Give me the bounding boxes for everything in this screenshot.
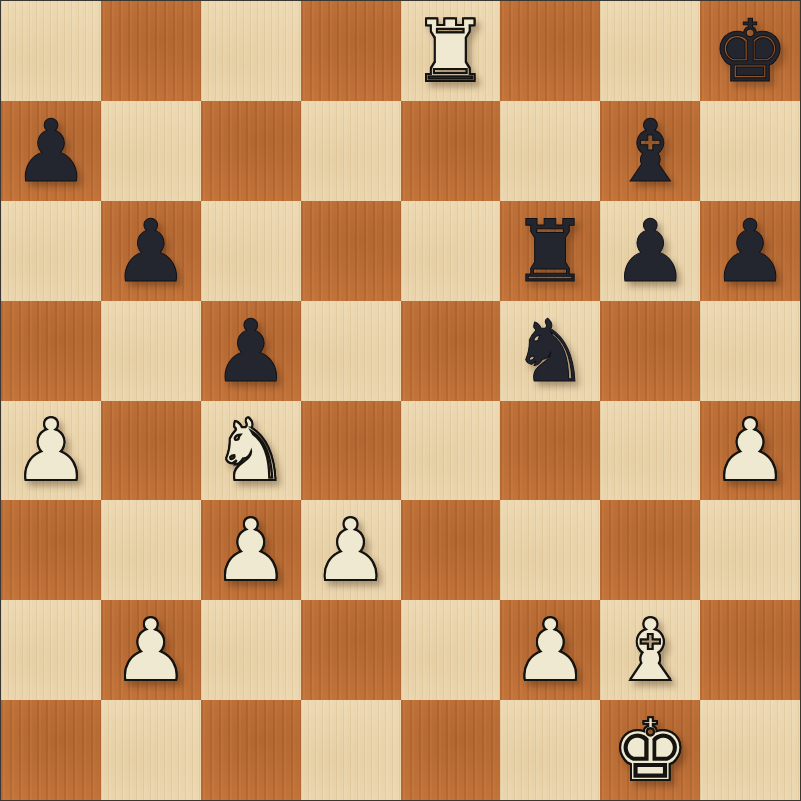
chess-board: ♜♚♟♝♟♜♟♟♟♞♟♞♟♟♟♟♟♝♚ — [0, 0, 801, 801]
square-e3[interactable] — [401, 500, 501, 600]
piece-white-bishop-g2[interactable]: ♝ — [612, 607, 689, 693]
square-g5[interactable] — [600, 301, 700, 401]
square-d3[interactable]: ♟ — [301, 500, 401, 600]
square-h1[interactable] — [700, 700, 800, 800]
square-d2[interactable] — [301, 600, 401, 700]
square-a7[interactable]: ♟ — [1, 101, 101, 201]
square-h6[interactable]: ♟ — [700, 201, 800, 301]
square-d1[interactable] — [301, 700, 401, 800]
square-c7[interactable] — [201, 101, 301, 201]
square-b8[interactable] — [101, 1, 201, 101]
piece-white-rook-e8[interactable]: ♜ — [412, 8, 489, 94]
square-g4[interactable] — [600, 401, 700, 501]
square-d4[interactable] — [301, 401, 401, 501]
square-b7[interactable] — [101, 101, 201, 201]
square-f6[interactable]: ♜ — [500, 201, 600, 301]
square-b5[interactable] — [101, 301, 201, 401]
square-c1[interactable] — [201, 700, 301, 800]
square-g1[interactable]: ♚ — [600, 700, 700, 800]
piece-white-pawn-h4[interactable]: ♟ — [712, 407, 789, 493]
square-e6[interactable] — [401, 201, 501, 301]
square-h3[interactable] — [700, 500, 800, 600]
piece-white-pawn-f2[interactable]: ♟ — [512, 607, 589, 693]
square-f3[interactable] — [500, 500, 600, 600]
square-f5[interactable]: ♞ — [500, 301, 600, 401]
square-b4[interactable] — [101, 401, 201, 501]
square-a1[interactable] — [1, 700, 101, 800]
piece-black-pawn-b6[interactable]: ♟ — [112, 208, 189, 294]
square-c3[interactable]: ♟ — [201, 500, 301, 600]
square-e7[interactable] — [401, 101, 501, 201]
square-d8[interactable] — [301, 1, 401, 101]
square-g7[interactable]: ♝ — [600, 101, 700, 201]
square-e5[interactable] — [401, 301, 501, 401]
square-c5[interactable]: ♟ — [201, 301, 301, 401]
square-f8[interactable] — [500, 1, 600, 101]
square-a4[interactable]: ♟ — [1, 401, 101, 501]
square-d5[interactable] — [301, 301, 401, 401]
square-e8[interactable]: ♜ — [401, 1, 501, 101]
square-b6[interactable]: ♟ — [101, 201, 201, 301]
square-h8[interactable]: ♚ — [700, 1, 800, 101]
piece-black-pawn-a7[interactable]: ♟ — [12, 108, 89, 194]
square-g6[interactable]: ♟ — [600, 201, 700, 301]
square-f2[interactable]: ♟ — [500, 600, 600, 700]
piece-black-rook-f6[interactable]: ♜ — [512, 208, 589, 294]
square-a6[interactable] — [1, 201, 101, 301]
piece-white-king-g1[interactable]: ♚ — [612, 707, 689, 793]
square-h2[interactable] — [700, 600, 800, 700]
square-h5[interactable] — [700, 301, 800, 401]
square-c6[interactable] — [201, 201, 301, 301]
square-b2[interactable]: ♟ — [101, 600, 201, 700]
square-g2[interactable]: ♝ — [600, 600, 700, 700]
square-c2[interactable] — [201, 600, 301, 700]
square-a8[interactable] — [1, 1, 101, 101]
piece-white-pawn-b2[interactable]: ♟ — [112, 607, 189, 693]
piece-white-pawn-d3[interactable]: ♟ — [312, 507, 389, 593]
square-f4[interactable] — [500, 401, 600, 501]
piece-black-pawn-h6[interactable]: ♟ — [712, 208, 789, 294]
square-g3[interactable] — [600, 500, 700, 600]
square-c4[interactable]: ♞ — [201, 401, 301, 501]
piece-black-pawn-g6[interactable]: ♟ — [612, 208, 689, 294]
square-e4[interactable] — [401, 401, 501, 501]
square-e1[interactable] — [401, 700, 501, 800]
square-a5[interactable] — [1, 301, 101, 401]
square-f7[interactable] — [500, 101, 600, 201]
piece-white-knight-c4[interactable]: ♞ — [212, 407, 289, 493]
square-h7[interactable] — [700, 101, 800, 201]
piece-black-king-h8[interactable]: ♚ — [712, 8, 789, 94]
piece-white-pawn-a4[interactable]: ♟ — [12, 407, 89, 493]
piece-black-bishop-g7[interactable]: ♝ — [612, 108, 689, 194]
piece-black-pawn-c5[interactable]: ♟ — [212, 308, 289, 394]
square-e2[interactable] — [401, 600, 501, 700]
piece-black-knight-f5[interactable]: ♞ — [512, 308, 589, 394]
square-g8[interactable] — [600, 1, 700, 101]
square-b3[interactable] — [101, 500, 201, 600]
square-a2[interactable] — [1, 600, 101, 700]
square-a3[interactable] — [1, 500, 101, 600]
square-f1[interactable] — [500, 700, 600, 800]
square-h4[interactable]: ♟ — [700, 401, 800, 501]
square-d6[interactable] — [301, 201, 401, 301]
square-b1[interactable] — [101, 700, 201, 800]
square-c8[interactable] — [201, 1, 301, 101]
piece-white-pawn-c3[interactable]: ♟ — [212, 507, 289, 593]
square-d7[interactable] — [301, 101, 401, 201]
